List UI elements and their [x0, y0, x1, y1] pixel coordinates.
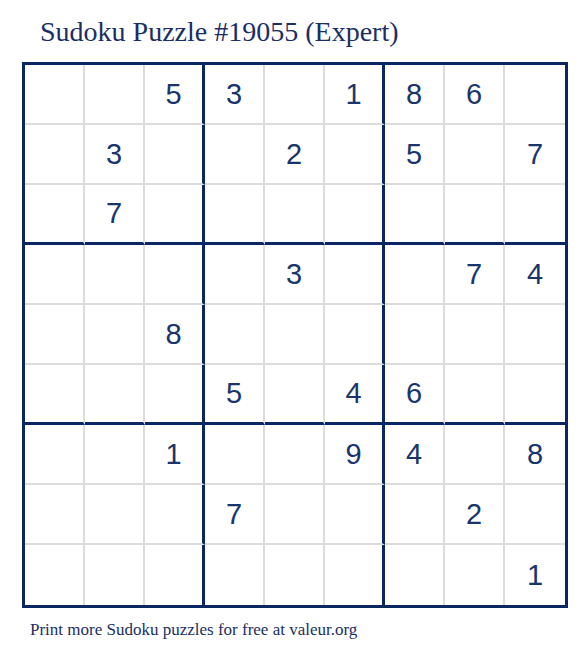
- cell-r8c5[interactable]: [265, 485, 325, 545]
- cell-r3c2[interactable]: 7: [85, 185, 145, 245]
- cell-r7c8[interactable]: [445, 425, 505, 485]
- cell-r5c2[interactable]: [85, 305, 145, 365]
- cell-r4c6[interactable]: [325, 245, 385, 305]
- cell-r1c2[interactable]: [85, 65, 145, 125]
- cell-r5c1[interactable]: [25, 305, 85, 365]
- cell-r3c3[interactable]: [145, 185, 205, 245]
- cell-r6c6[interactable]: 4: [325, 365, 385, 425]
- cell-r5c9[interactable]: [505, 305, 565, 365]
- cell-r9c9[interactable]: 1: [505, 545, 565, 605]
- cell-r8c2[interactable]: [85, 485, 145, 545]
- cell-r9c6[interactable]: [325, 545, 385, 605]
- cell-r5c5[interactable]: [265, 305, 325, 365]
- cell-r4c9[interactable]: 4: [505, 245, 565, 305]
- cell-r7c1[interactable]: [25, 425, 85, 485]
- cell-r6c4[interactable]: 5: [205, 365, 265, 425]
- cell-r4c3[interactable]: [145, 245, 205, 305]
- cell-r7c3[interactable]: 1: [145, 425, 205, 485]
- cell-r1c4[interactable]: 3: [205, 65, 265, 125]
- cell-r4c8[interactable]: 7: [445, 245, 505, 305]
- cell-r6c3[interactable]: [145, 365, 205, 425]
- cell-r3c9[interactable]: [505, 185, 565, 245]
- cell-r2c6[interactable]: [325, 125, 385, 185]
- cell-r7c4[interactable]: [205, 425, 265, 485]
- cell-r3c5[interactable]: [265, 185, 325, 245]
- cell-r1c3[interactable]: 5: [145, 65, 205, 125]
- cell-r9c3[interactable]: [145, 545, 205, 605]
- cell-r8c7[interactable]: [385, 485, 445, 545]
- cell-r7c5[interactable]: [265, 425, 325, 485]
- cell-r5c6[interactable]: [325, 305, 385, 365]
- cell-r2c3[interactable]: [145, 125, 205, 185]
- cell-r1c1[interactable]: [25, 65, 85, 125]
- cell-r8c9[interactable]: [505, 485, 565, 545]
- cell-r4c4[interactable]: [205, 245, 265, 305]
- cell-r8c3[interactable]: [145, 485, 205, 545]
- cell-r6c8[interactable]: [445, 365, 505, 425]
- cell-r8c6[interactable]: [325, 485, 385, 545]
- cell-r4c5[interactable]: 3: [265, 245, 325, 305]
- cell-r2c5[interactable]: 2: [265, 125, 325, 185]
- cell-r1c9[interactable]: [505, 65, 565, 125]
- cell-r7c6[interactable]: 9: [325, 425, 385, 485]
- cell-r3c1[interactable]: [25, 185, 85, 245]
- cell-r7c7[interactable]: 4: [385, 425, 445, 485]
- cell-r7c2[interactable]: [85, 425, 145, 485]
- cell-r8c4[interactable]: 7: [205, 485, 265, 545]
- cell-r9c7[interactable]: [385, 545, 445, 605]
- page: Sudoku Puzzle #19055 (Expert) 5318632577…: [0, 0, 580, 651]
- cell-r9c4[interactable]: [205, 545, 265, 605]
- cell-r3c8[interactable]: [445, 185, 505, 245]
- cell-r3c7[interactable]: [385, 185, 445, 245]
- cell-r9c8[interactable]: [445, 545, 505, 605]
- cell-r1c5[interactable]: [265, 65, 325, 125]
- cell-r3c4[interactable]: [205, 185, 265, 245]
- cell-r5c4[interactable]: [205, 305, 265, 365]
- cell-r5c7[interactable]: [385, 305, 445, 365]
- sudoku-board: 531863257737485461948721: [22, 62, 568, 608]
- cell-r9c1[interactable]: [25, 545, 85, 605]
- cell-r7c9[interactable]: 8: [505, 425, 565, 485]
- cell-r1c7[interactable]: 8: [385, 65, 445, 125]
- cell-r9c5[interactable]: [265, 545, 325, 605]
- cell-r4c1[interactable]: [25, 245, 85, 305]
- cell-r5c3[interactable]: 8: [145, 305, 205, 365]
- footer-text: Print more Sudoku puzzles for free at va…: [30, 620, 580, 640]
- cell-r2c7[interactable]: 5: [385, 125, 445, 185]
- cell-r8c1[interactable]: [25, 485, 85, 545]
- cell-r4c2[interactable]: [85, 245, 145, 305]
- cell-r6c5[interactable]: [265, 365, 325, 425]
- cell-r4c7[interactable]: [385, 245, 445, 305]
- cell-r5c8[interactable]: [445, 305, 505, 365]
- cell-r3c6[interactable]: [325, 185, 385, 245]
- cell-r2c2[interactable]: 3: [85, 125, 145, 185]
- cell-r1c8[interactable]: 6: [445, 65, 505, 125]
- cell-r2c1[interactable]: [25, 125, 85, 185]
- cell-r9c2[interactable]: [85, 545, 145, 605]
- cell-r6c7[interactable]: 6: [385, 365, 445, 425]
- cell-r6c2[interactable]: [85, 365, 145, 425]
- cell-r2c9[interactable]: 7: [505, 125, 565, 185]
- cell-r6c9[interactable]: [505, 365, 565, 425]
- cell-r1c6[interactable]: 1: [325, 65, 385, 125]
- page-title: Sudoku Puzzle #19055 (Expert): [0, 0, 580, 48]
- cell-r8c8[interactable]: 2: [445, 485, 505, 545]
- cell-r6c1[interactable]: [25, 365, 85, 425]
- cell-r2c8[interactable]: [445, 125, 505, 185]
- cell-r2c4[interactable]: [205, 125, 265, 185]
